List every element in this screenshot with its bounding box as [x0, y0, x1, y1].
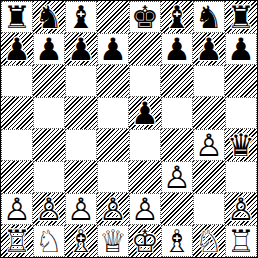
piece-white-knight: ♘ [35, 225, 63, 257]
piece-white-pawn: ♙ [131, 193, 159, 225]
square-a1[interactable]: ♖ [1, 225, 33, 257]
square-a8[interactable]: ♜ [1, 1, 33, 33]
piece-white-pawn: ♙ [163, 161, 191, 193]
square-a3[interactable] [1, 161, 33, 193]
square-e5[interactable]: ♟ [129, 97, 161, 129]
piece-black-knight: ♞ [195, 1, 223, 33]
square-c4[interactable] [65, 129, 97, 161]
piece-black-knight: ♞ [35, 1, 63, 33]
piece-white-pawn: ♙ [35, 193, 63, 225]
square-f5[interactable] [161, 97, 193, 129]
square-f7[interactable]: ♟ [161, 33, 193, 65]
square-g6[interactable] [193, 65, 225, 97]
piece-white-pawn: ♙ [67, 193, 95, 225]
square-c2[interactable]: ♙ [65, 193, 97, 225]
square-d4[interactable] [97, 129, 129, 161]
square-e2[interactable]: ♙ [129, 193, 161, 225]
piece-white-bishop: ♗ [67, 225, 95, 257]
square-c3[interactable] [65, 161, 97, 193]
square-b6[interactable] [33, 65, 65, 97]
square-a7[interactable]: ♟ [1, 33, 33, 65]
square-d5[interactable] [97, 97, 129, 129]
square-f3[interactable]: ♙ [161, 161, 193, 193]
piece-white-king: ♔ [131, 225, 159, 257]
square-e3[interactable] [129, 161, 161, 193]
piece-black-rook: ♜ [3, 1, 31, 33]
square-g5[interactable] [193, 97, 225, 129]
square-d7[interactable]: ♟ [97, 33, 129, 65]
square-f1[interactable]: ♗ [161, 225, 193, 257]
square-h1[interactable]: ♖ [225, 225, 257, 257]
piece-black-king: ♚ [131, 1, 159, 33]
square-b8[interactable]: ♞ [33, 1, 65, 33]
piece-white-knight: ♘ [195, 225, 223, 257]
piece-white-queen: ♕ [99, 225, 127, 257]
square-c8[interactable]: ♝ [65, 1, 97, 33]
square-h6[interactable] [225, 65, 257, 97]
square-b3[interactable] [33, 161, 65, 193]
square-h5[interactable] [225, 97, 257, 129]
square-e1[interactable]: ♔ [129, 225, 161, 257]
square-f2[interactable] [161, 193, 193, 225]
square-h2[interactable]: ♙ [225, 193, 257, 225]
piece-black-bishop: ♝ [163, 1, 191, 33]
square-g7[interactable]: ♟ [193, 33, 225, 65]
piece-black-bishop: ♝ [67, 1, 95, 33]
piece-black-pawn: ♟ [227, 33, 255, 65]
square-d3[interactable] [97, 161, 129, 193]
square-a6[interactable] [1, 65, 33, 97]
square-f6[interactable] [161, 65, 193, 97]
chess-board-frame: ♜♞♝♚♝♞♜♟♟♟♟♟♟♟♟♙♛♙♙♙♙♙♙♙♖♘♗♕♔♗♘♖ [0, 0, 258, 258]
square-d1[interactable]: ♕ [97, 225, 129, 257]
square-a4[interactable] [1, 129, 33, 161]
square-e8[interactable]: ♚ [129, 1, 161, 33]
piece-black-pawn: ♟ [3, 33, 31, 65]
piece-black-pawn: ♟ [163, 33, 191, 65]
square-g1[interactable]: ♘ [193, 225, 225, 257]
square-g2[interactable] [193, 193, 225, 225]
piece-black-pawn: ♟ [67, 33, 95, 65]
square-c7[interactable]: ♟ [65, 33, 97, 65]
square-g8[interactable]: ♞ [193, 1, 225, 33]
piece-black-pawn: ♟ [99, 33, 127, 65]
square-c6[interactable] [65, 65, 97, 97]
square-h8[interactable]: ♜ [225, 1, 257, 33]
square-b5[interactable] [33, 97, 65, 129]
piece-white-pawn: ♙ [195, 129, 223, 161]
square-e7[interactable] [129, 33, 161, 65]
square-a5[interactable] [1, 97, 33, 129]
chess-board: ♜♞♝♚♝♞♜♟♟♟♟♟♟♟♟♙♛♙♙♙♙♙♙♙♖♘♗♕♔♗♘♖ [1, 1, 257, 257]
square-d6[interactable] [97, 65, 129, 97]
piece-black-pawn: ♟ [131, 97, 159, 129]
piece-black-pawn: ♟ [35, 33, 63, 65]
piece-black-queen: ♛ [227, 129, 255, 161]
square-h7[interactable]: ♟ [225, 33, 257, 65]
square-f4[interactable] [161, 129, 193, 161]
square-h3[interactable] [225, 161, 257, 193]
piece-white-rook: ♖ [227, 225, 255, 257]
square-e6[interactable] [129, 65, 161, 97]
square-a2[interactable]: ♙ [1, 193, 33, 225]
square-b7[interactable]: ♟ [33, 33, 65, 65]
square-c5[interactable] [65, 97, 97, 129]
square-d2[interactable]: ♙ [97, 193, 129, 225]
square-b4[interactable] [33, 129, 65, 161]
piece-black-rook: ♜ [227, 1, 255, 33]
square-h4[interactable]: ♛ [225, 129, 257, 161]
piece-white-bishop: ♗ [163, 225, 191, 257]
square-g4[interactable]: ♙ [193, 129, 225, 161]
square-b2[interactable]: ♙ [33, 193, 65, 225]
piece-white-rook: ♖ [3, 225, 31, 257]
square-e4[interactable] [129, 129, 161, 161]
square-b1[interactable]: ♘ [33, 225, 65, 257]
piece-black-pawn: ♟ [195, 33, 223, 65]
square-g3[interactable] [193, 161, 225, 193]
square-f8[interactable]: ♝ [161, 1, 193, 33]
piece-white-pawn: ♙ [227, 193, 255, 225]
piece-white-pawn: ♙ [3, 193, 31, 225]
square-d8[interactable] [97, 1, 129, 33]
piece-white-pawn: ♙ [99, 193, 127, 225]
square-c1[interactable]: ♗ [65, 225, 97, 257]
